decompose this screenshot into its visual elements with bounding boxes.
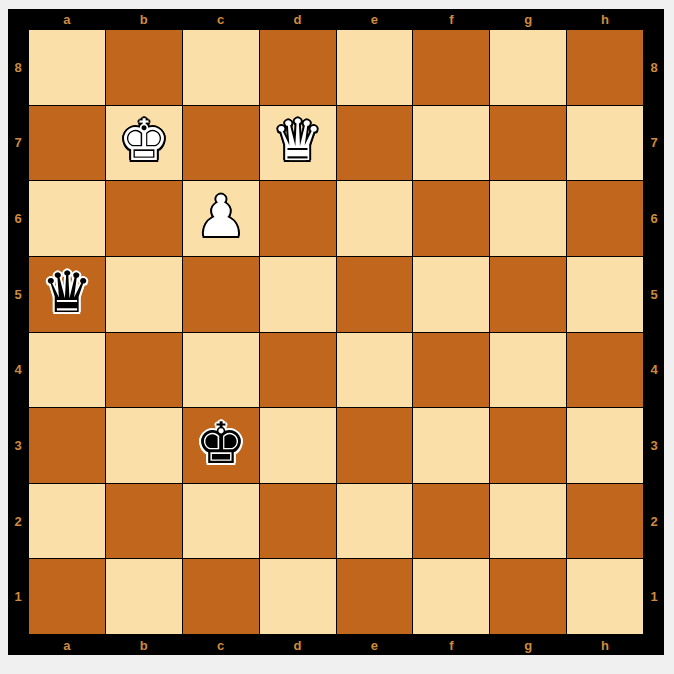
rank-label-4-right: 4 bbox=[644, 333, 664, 408]
square-g3[interactable] bbox=[490, 408, 566, 483]
square-g7[interactable] bbox=[490, 106, 566, 181]
square-a5[interactable]: ♛ bbox=[29, 257, 105, 332]
file-label-h-top: h bbox=[567, 9, 643, 29]
black-queen[interactable]: ♛ bbox=[41, 264, 92, 321]
square-g1[interactable] bbox=[490, 559, 566, 634]
square-d1[interactable] bbox=[260, 559, 336, 634]
rank-label-6-right: 6 bbox=[644, 181, 664, 256]
square-h6[interactable] bbox=[567, 181, 643, 256]
square-c4[interactable] bbox=[183, 333, 259, 408]
square-g8[interactable] bbox=[490, 30, 566, 105]
white-pawn[interactable]: ♟ bbox=[195, 188, 246, 245]
square-f5[interactable] bbox=[413, 257, 489, 332]
square-a3[interactable] bbox=[29, 408, 105, 483]
chess-board: abcdefgh887♚♛76♟65♛5443♚32211abcdefgh bbox=[8, 9, 664, 655]
rank-label-8-left: 8 bbox=[8, 30, 28, 105]
square-c5[interactable] bbox=[183, 257, 259, 332]
rank-label-4-left: 4 bbox=[8, 333, 28, 408]
white-queen[interactable]: ♛ bbox=[272, 112, 323, 169]
square-d6[interactable] bbox=[260, 181, 336, 256]
square-b3[interactable] bbox=[106, 408, 182, 483]
square-e6[interactable] bbox=[337, 181, 413, 256]
frame-corner bbox=[8, 635, 28, 655]
square-h5[interactable] bbox=[567, 257, 643, 332]
square-f8[interactable] bbox=[413, 30, 489, 105]
file-label-d-bottom: d bbox=[260, 635, 336, 655]
square-c1[interactable] bbox=[183, 559, 259, 634]
file-label-a-bottom: a bbox=[29, 635, 105, 655]
file-label-g-top: g bbox=[490, 9, 566, 29]
square-e2[interactable] bbox=[337, 484, 413, 559]
square-g2[interactable] bbox=[490, 484, 566, 559]
file-label-g-bottom: g bbox=[490, 635, 566, 655]
square-a4[interactable] bbox=[29, 333, 105, 408]
rank-label-8-right: 8 bbox=[644, 30, 664, 105]
square-f1[interactable] bbox=[413, 559, 489, 634]
file-label-e-top: e bbox=[337, 9, 413, 29]
file-label-b-top: b bbox=[106, 9, 182, 29]
square-c2[interactable] bbox=[183, 484, 259, 559]
square-c6[interactable]: ♟ bbox=[183, 181, 259, 256]
square-h2[interactable] bbox=[567, 484, 643, 559]
square-b8[interactable] bbox=[106, 30, 182, 105]
square-g5[interactable] bbox=[490, 257, 566, 332]
rank-label-2-right: 2 bbox=[644, 484, 664, 559]
board-frame: abcdefgh887♚♛76♟65♛5443♚32211abcdefgh bbox=[8, 9, 664, 655]
frame-corner bbox=[644, 635, 664, 655]
square-b6[interactable] bbox=[106, 181, 182, 256]
square-b2[interactable] bbox=[106, 484, 182, 559]
page: abcdefgh887♚♛76♟65♛5443♚32211abcdefgh bbox=[0, 0, 674, 674]
frame-corner bbox=[644, 9, 664, 29]
square-b4[interactable] bbox=[106, 333, 182, 408]
square-f4[interactable] bbox=[413, 333, 489, 408]
file-label-f-top: f bbox=[413, 9, 489, 29]
square-a7[interactable] bbox=[29, 106, 105, 181]
square-c3[interactable]: ♚ bbox=[183, 408, 259, 483]
rank-label-3-right: 3 bbox=[644, 408, 664, 483]
rank-label-7-left: 7 bbox=[8, 106, 28, 181]
square-a6[interactable] bbox=[29, 181, 105, 256]
square-b7[interactable]: ♚ bbox=[106, 106, 182, 181]
square-h8[interactable] bbox=[567, 30, 643, 105]
square-e8[interactable] bbox=[337, 30, 413, 105]
square-e7[interactable] bbox=[337, 106, 413, 181]
rank-label-1-right: 1 bbox=[644, 559, 664, 634]
square-e3[interactable] bbox=[337, 408, 413, 483]
rank-label-3-left: 3 bbox=[8, 408, 28, 483]
square-e1[interactable] bbox=[337, 559, 413, 634]
file-label-b-bottom: b bbox=[106, 635, 182, 655]
file-label-a-top: a bbox=[29, 9, 105, 29]
square-a2[interactable] bbox=[29, 484, 105, 559]
white-king[interactable]: ♚ bbox=[118, 112, 169, 169]
rank-label-5-right: 5 bbox=[644, 257, 664, 332]
square-f7[interactable] bbox=[413, 106, 489, 181]
square-e5[interactable] bbox=[337, 257, 413, 332]
square-g6[interactable] bbox=[490, 181, 566, 256]
square-d8[interactable] bbox=[260, 30, 336, 105]
rank-label-6-left: 6 bbox=[8, 181, 28, 256]
rank-label-5-left: 5 bbox=[8, 257, 28, 332]
file-label-c-bottom: c bbox=[183, 635, 259, 655]
square-b5[interactable] bbox=[106, 257, 182, 332]
square-f6[interactable] bbox=[413, 181, 489, 256]
square-f2[interactable] bbox=[413, 484, 489, 559]
square-g4[interactable] bbox=[490, 333, 566, 408]
rank-label-1-left: 1 bbox=[8, 559, 28, 634]
square-d5[interactable] bbox=[260, 257, 336, 332]
rank-label-2-left: 2 bbox=[8, 484, 28, 559]
square-a1[interactable] bbox=[29, 559, 105, 634]
square-d7[interactable]: ♛ bbox=[260, 106, 336, 181]
file-label-h-bottom: h bbox=[567, 635, 643, 655]
square-a8[interactable] bbox=[29, 30, 105, 105]
square-d4[interactable] bbox=[260, 333, 336, 408]
square-b1[interactable] bbox=[106, 559, 182, 634]
file-label-f-bottom: f bbox=[413, 635, 489, 655]
square-e4[interactable] bbox=[337, 333, 413, 408]
square-h7[interactable] bbox=[567, 106, 643, 181]
frame-corner bbox=[8, 9, 28, 29]
square-c8[interactable] bbox=[183, 30, 259, 105]
file-label-e-bottom: e bbox=[337, 635, 413, 655]
square-c7[interactable] bbox=[183, 106, 259, 181]
square-d2[interactable] bbox=[260, 484, 336, 559]
square-h3[interactable] bbox=[567, 408, 643, 483]
file-label-c-top: c bbox=[183, 9, 259, 29]
rank-label-7-right: 7 bbox=[644, 106, 664, 181]
square-d3[interactable] bbox=[260, 408, 336, 483]
square-f3[interactable] bbox=[413, 408, 489, 483]
square-h1[interactable] bbox=[567, 559, 643, 634]
square-h4[interactable] bbox=[567, 333, 643, 408]
file-label-d-top: d bbox=[260, 9, 336, 29]
black-king[interactable]: ♚ bbox=[195, 415, 246, 472]
